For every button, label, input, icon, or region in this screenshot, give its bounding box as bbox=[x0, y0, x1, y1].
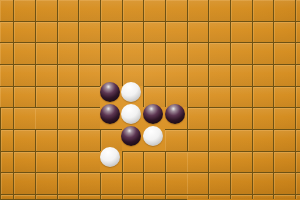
board-cell[interactable] bbox=[13, 64, 35, 86]
board-cell[interactable] bbox=[100, 0, 122, 21]
board-cell[interactable] bbox=[295, 21, 300, 43]
board-cell[interactable] bbox=[35, 42, 57, 64]
board-cell[interactable] bbox=[78, 21, 100, 43]
board-cell[interactable] bbox=[187, 0, 209, 21]
board-cell[interactable] bbox=[0, 42, 13, 64]
board-cell[interactable] bbox=[252, 86, 274, 108]
board-cell[interactable] bbox=[187, 172, 209, 194]
board-cell[interactable] bbox=[273, 42, 295, 64]
board-cell[interactable] bbox=[13, 0, 35, 21]
board-cell[interactable] bbox=[187, 129, 209, 151]
board-cell[interactable] bbox=[208, 21, 230, 43]
board-cell[interactable] bbox=[57, 86, 79, 108]
board-cell[interactable] bbox=[57, 172, 79, 194]
board-cell[interactable] bbox=[295, 0, 300, 21]
board-cell[interactable] bbox=[35, 199, 57, 200]
board-cell[interactable] bbox=[57, 151, 79, 173]
board-cell[interactable] bbox=[78, 0, 100, 21]
board-cell[interactable] bbox=[122, 172, 144, 194]
board-cell[interactable] bbox=[35, 21, 57, 43]
board-cell[interactable] bbox=[0, 172, 13, 194]
board-cell[interactable] bbox=[230, 42, 252, 64]
board-cell[interactable] bbox=[208, 129, 230, 151]
white-stone bbox=[121, 104, 141, 124]
board-cell[interactable] bbox=[100, 199, 122, 200]
black-stone bbox=[100, 82, 120, 102]
board-cell[interactable] bbox=[252, 107, 274, 129]
board-cell[interactable] bbox=[208, 172, 230, 194]
board-cell[interactable] bbox=[78, 86, 100, 108]
board-cell[interactable] bbox=[0, 0, 13, 21]
board-cell[interactable] bbox=[273, 194, 295, 199]
board-cell[interactable] bbox=[165, 0, 187, 21]
board-cell[interactable] bbox=[100, 21, 122, 43]
board-cell[interactable] bbox=[57, 199, 79, 200]
black-stone bbox=[143, 104, 163, 124]
board-cell[interactable] bbox=[252, 172, 274, 194]
board-cell[interactable] bbox=[165, 129, 187, 151]
board-cell[interactable] bbox=[0, 107, 13, 129]
board-cell[interactable] bbox=[13, 151, 35, 173]
board-cell[interactable] bbox=[165, 21, 187, 43]
board-cell[interactable] bbox=[295, 86, 300, 108]
board-cell[interactable] bbox=[78, 172, 100, 194]
board-cell[interactable] bbox=[295, 107, 300, 129]
board-cell[interactable] bbox=[13, 21, 35, 43]
board-cell[interactable] bbox=[57, 64, 79, 86]
board-cell[interactable] bbox=[0, 21, 13, 43]
board-cell[interactable] bbox=[78, 199, 100, 200]
board-cell[interactable] bbox=[295, 194, 300, 199]
board-cell[interactable] bbox=[295, 129, 300, 151]
board-cell[interactable] bbox=[13, 199, 35, 200]
board-cell[interactable] bbox=[230, 107, 252, 129]
board-cell[interactable] bbox=[100, 172, 122, 194]
board-cell[interactable] bbox=[273, 86, 295, 108]
board-cell[interactable] bbox=[208, 194, 230, 199]
board-cell[interactable] bbox=[57, 0, 79, 21]
gomoku-board[interactable] bbox=[0, 0, 300, 200]
board-cell[interactable] bbox=[13, 42, 35, 64]
board-cell[interactable] bbox=[35, 86, 57, 108]
board-cell[interactable] bbox=[273, 21, 295, 43]
board-cell[interactable] bbox=[143, 199, 165, 200]
board-cell[interactable] bbox=[230, 172, 252, 194]
white-stone bbox=[143, 126, 163, 146]
board-cell[interactable] bbox=[187, 194, 209, 199]
board-cell[interactable] bbox=[208, 107, 230, 129]
board-cell[interactable] bbox=[35, 129, 57, 151]
board-cell[interactable] bbox=[165, 199, 187, 200]
board-cell[interactable] bbox=[122, 42, 144, 64]
board-cell[interactable] bbox=[230, 194, 252, 199]
board-cell[interactable] bbox=[273, 64, 295, 86]
board-cell[interactable] bbox=[78, 151, 100, 173]
board-cell[interactable] bbox=[143, 64, 165, 86]
white-stone bbox=[100, 147, 120, 167]
board-cell[interactable] bbox=[230, 86, 252, 108]
board-cell[interactable] bbox=[78, 64, 100, 86]
board-cell[interactable] bbox=[295, 64, 300, 86]
board-cell[interactable] bbox=[252, 129, 274, 151]
board-cell[interactable] bbox=[230, 151, 252, 173]
board-cell[interactable] bbox=[35, 64, 57, 86]
board-cell[interactable] bbox=[143, 21, 165, 43]
board-cell[interactable] bbox=[208, 64, 230, 86]
black-stone bbox=[100, 104, 120, 124]
board-cell[interactable] bbox=[230, 129, 252, 151]
game-window bbox=[0, 0, 300, 200]
board-cell[interactable] bbox=[273, 129, 295, 151]
board-cell[interactable] bbox=[35, 172, 57, 194]
board-cell[interactable] bbox=[143, 42, 165, 64]
black-stone bbox=[165, 104, 185, 124]
board-cell[interactable] bbox=[78, 129, 100, 151]
board-cell[interactable] bbox=[230, 0, 252, 21]
board-cell[interactable] bbox=[35, 0, 57, 21]
board-cell[interactable] bbox=[187, 42, 209, 64]
board-cell[interactable] bbox=[252, 21, 274, 43]
board-cell[interactable] bbox=[0, 199, 13, 200]
board-cell[interactable] bbox=[252, 42, 274, 64]
board-cell[interactable] bbox=[252, 64, 274, 86]
board-cell[interactable] bbox=[252, 0, 274, 21]
board-cell[interactable] bbox=[143, 172, 165, 194]
board-cell[interactable] bbox=[13, 172, 35, 194]
board-cell[interactable] bbox=[0, 86, 13, 108]
board-cell[interactable] bbox=[57, 21, 79, 43]
board-cell[interactable] bbox=[295, 172, 300, 194]
board-cell[interactable] bbox=[273, 172, 295, 194]
board-cell[interactable] bbox=[273, 0, 295, 21]
board-cell[interactable] bbox=[122, 151, 144, 173]
board-cell[interactable] bbox=[35, 151, 57, 173]
board-cell[interactable] bbox=[252, 194, 274, 199]
board-cell[interactable] bbox=[57, 129, 79, 151]
board-cell[interactable] bbox=[187, 107, 209, 129]
board-cell[interactable] bbox=[273, 151, 295, 173]
board-cell[interactable] bbox=[273, 107, 295, 129]
board-cell[interactable] bbox=[187, 151, 209, 173]
board-cell[interactable] bbox=[100, 42, 122, 64]
board-cell[interactable] bbox=[230, 64, 252, 86]
black-stone bbox=[121, 126, 141, 146]
board-cell[interactable] bbox=[208, 86, 230, 108]
board-cell[interactable] bbox=[13, 86, 35, 108]
board-cell[interactable] bbox=[295, 42, 300, 64]
board-cell[interactable] bbox=[165, 42, 187, 64]
board-cell[interactable] bbox=[165, 151, 187, 173]
board-cell[interactable] bbox=[187, 86, 209, 108]
board-cell[interactable] bbox=[78, 42, 100, 64]
board-cell[interactable] bbox=[252, 151, 274, 173]
board-cell[interactable] bbox=[122, 199, 144, 200]
board-cell[interactable] bbox=[0, 129, 13, 151]
board-cell[interactable] bbox=[143, 0, 165, 21]
board-cell[interactable] bbox=[0, 151, 13, 173]
board-cell[interactable] bbox=[295, 151, 300, 173]
board-cell[interactable] bbox=[122, 0, 144, 21]
board-cell[interactable] bbox=[13, 107, 35, 129]
board-cell[interactable] bbox=[57, 42, 79, 64]
board-cell[interactable] bbox=[0, 64, 13, 86]
board-cell[interactable] bbox=[35, 107, 57, 129]
board-cell[interactable] bbox=[208, 0, 230, 21]
board-cell[interactable] bbox=[143, 151, 165, 173]
board-cell[interactable] bbox=[122, 21, 144, 43]
board-cell[interactable] bbox=[57, 107, 79, 129]
board-cell[interactable] bbox=[13, 129, 35, 151]
board-cell[interactable] bbox=[208, 151, 230, 173]
board-cell[interactable] bbox=[187, 64, 209, 86]
board-cell[interactable] bbox=[78, 107, 100, 129]
board-cell[interactable] bbox=[165, 172, 187, 194]
white-stone bbox=[121, 82, 141, 102]
board-cell[interactable] bbox=[230, 21, 252, 43]
board-cell[interactable] bbox=[165, 64, 187, 86]
board-cell[interactable] bbox=[208, 42, 230, 64]
board-cell[interactable] bbox=[187, 21, 209, 43]
